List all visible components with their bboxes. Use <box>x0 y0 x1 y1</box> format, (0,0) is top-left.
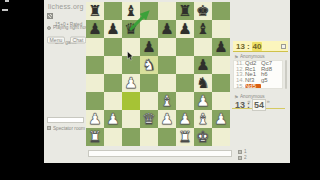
black-player-name[interactable]: Anonymous <box>240 54 265 59</box>
white-rook: ♜ <box>176 128 194 146</box>
square-h6[interactable]: ♟ <box>212 38 230 56</box>
square-e3[interactable]: ♝ <box>158 92 176 110</box>
white-pawn: ♟ <box>212 110 230 128</box>
square-d1[interactable] <box>140 128 158 146</box>
square-h3[interactable] <box>212 92 230 110</box>
flag-icon: ⚑ <box>234 55 238 60</box>
square-f3[interactable] <box>176 92 194 110</box>
flip-board-icon[interactable] <box>281 44 286 49</box>
menu-button[interactable]: Menu <box>47 37 65 44</box>
square-f2[interactable]: ♟ <box>176 110 194 128</box>
black-clock-seconds: 40 <box>252 42 263 51</box>
square-g7[interactable]: ♝ <box>194 20 212 38</box>
white-pawn: ♟ <box>104 110 122 128</box>
black-bishop: ♝ <box>194 20 212 38</box>
square-a7[interactable]: ♟ <box>86 20 104 38</box>
black-queen: ♛ <box>122 20 140 38</box>
square-c1[interactable] <box>122 128 140 146</box>
white-rook: ♜ <box>86 128 104 146</box>
fen-input[interactable] <box>88 150 232 157</box>
square-a3[interactable] <box>86 92 104 110</box>
square-b7[interactable]: ♟ <box>104 20 122 38</box>
sidebar: lichess.org 15+0 • Rated Blitz game Play… <box>44 0 86 163</box>
square-b3[interactable] <box>104 92 122 110</box>
white-bishop: ♝ <box>194 110 212 128</box>
black-pawn: ♟ <box>86 20 104 38</box>
square-h2[interactable]: ♟ <box>212 110 230 128</box>
square-d6[interactable]: ♟ <box>140 38 158 56</box>
square-g2[interactable]: ♝ <box>194 110 212 128</box>
white-pawn: ♟ <box>122 74 140 92</box>
clock-separator: : <box>247 42 250 51</box>
clock-separator: : <box>247 100 250 110</box>
square-e5[interactable] <box>158 56 176 74</box>
video-artifact <box>5 0 9 2</box>
chat-input[interactable] <box>47 117 84 123</box>
square-e2[interactable]: ♟ <box>158 110 176 128</box>
square-f4[interactable] <box>176 74 194 92</box>
white-knight: ♞ <box>140 56 158 74</box>
white-clock-minutes: 13 <box>235 100 245 110</box>
chat-room-icon <box>47 126 51 130</box>
square-g6[interactable] <box>194 38 212 56</box>
square-g4[interactable]: ♞ <box>194 74 212 92</box>
white-player-name[interactable]: Anonymous <box>240 94 265 99</box>
status-label: Playing right now <box>53 25 89 30</box>
move-list: 11.Qd2Qc712.Rc1Rd813.Ne1h614.Nf3g515.Nd5 <box>233 60 283 89</box>
square-c8[interactable]: ♝ <box>122 2 140 20</box>
square-b2[interactable]: ♟ <box>104 110 122 128</box>
square-g3[interactable]: ♟ <box>194 92 212 110</box>
game-panel: 13 : 40 ⚑ Anonymous 11.Qd2Qc712.Rc1Rd813… <box>232 0 290 163</box>
scrollbar[interactable] <box>285 60 287 89</box>
white-pawn: ♟ <box>176 110 194 128</box>
white-pawn: ♟ <box>194 92 212 110</box>
black-bishop: ♝ <box>122 2 140 20</box>
chat-button[interactable]: Chat <box>70 37 86 44</box>
white-bishop: ♝ <box>158 92 176 110</box>
white-clock-seconds: 54 <box>252 99 266 111</box>
black-pawn: ♟ <box>212 38 230 56</box>
black-king: ♚ <box>194 2 212 20</box>
square-a4[interactable] <box>86 74 104 92</box>
square-g5[interactable]: ♟ <box>194 56 212 74</box>
square-c6[interactable] <box>122 38 140 56</box>
black-pawn: ♟ <box>140 38 158 56</box>
square-f7[interactable]: ♟ <box>176 20 194 38</box>
square-e8[interactable] <box>158 2 176 20</box>
square-g8[interactable]: ♚ <box>194 2 212 20</box>
square-d7[interactable] <box>140 20 158 38</box>
white-clock: 13 : 54 <box>235 99 266 111</box>
black-rook: ♜ <box>176 2 194 20</box>
white-pawn: ♟ <box>158 110 176 128</box>
square-a5[interactable] <box>86 56 104 74</box>
square-c2[interactable] <box>122 110 140 128</box>
app-frame: lichess.org 15+0 • Rated Blitz game Play… <box>44 0 290 163</box>
square-b1[interactable] <box>104 128 122 146</box>
black-pawn: ♟ <box>176 20 194 38</box>
square-f6[interactable] <box>176 38 194 56</box>
black-pawn: ♟ <box>104 20 122 38</box>
square-b6[interactable] <box>104 38 122 56</box>
square-h7[interactable] <box>212 20 230 38</box>
square-a2[interactable]: ♟ <box>86 110 104 128</box>
black-clock: 13 : 40 <box>233 41 288 52</box>
square-b5[interactable] <box>104 56 122 74</box>
white-pawn: ♟ <box>86 110 104 128</box>
square-d3[interactable] <box>140 92 158 110</box>
site-logo[interactable]: lichess.org <box>48 3 84 10</box>
square-h8[interactable] <box>212 2 230 20</box>
black-pawn: ♟ <box>194 56 212 74</box>
square-f8[interactable]: ♜ <box>176 2 194 20</box>
square-e7[interactable]: ♟ <box>158 20 176 38</box>
square-d5[interactable]: ♞ <box>140 56 158 74</box>
black-pawn: ♟ <box>158 20 176 38</box>
square-c3[interactable] <box>122 92 140 110</box>
square-d8[interactable] <box>140 2 158 20</box>
black-clock-minutes: 13 <box>236 42 245 51</box>
square-g1[interactable]: ♚ <box>194 128 212 146</box>
square-e4[interactable] <box>158 74 176 92</box>
square-c4[interactable]: ♟ <box>122 74 140 92</box>
square-c5[interactable] <box>122 56 140 74</box>
square-e1[interactable] <box>158 128 176 146</box>
status-icon <box>47 26 51 30</box>
square-f5[interactable] <box>176 56 194 74</box>
square-a6[interactable] <box>86 38 104 56</box>
square-a8[interactable]: ♜ <box>86 2 104 20</box>
square-e6[interactable] <box>158 38 176 56</box>
square-h5[interactable] <box>212 56 230 74</box>
square-c7[interactable]: ♛ <box>122 20 140 38</box>
sidebar-buttons: Menu Chat <box>47 36 89 44</box>
square-h1[interactable] <box>212 128 230 146</box>
black-rook: ♜ <box>86 2 104 20</box>
square-b8[interactable] <box>104 2 122 20</box>
video-artifact <box>2 9 8 11</box>
square-f1[interactable]: ♜ <box>176 128 194 146</box>
black-knight: ♞ <box>194 74 212 92</box>
square-b4[interactable] <box>104 74 122 92</box>
chat-room-label: Spectator room <box>53 126 85 131</box>
square-d4[interactable] <box>140 74 158 92</box>
square-h4[interactable] <box>212 74 230 92</box>
white-king: ♚ <box>194 128 212 146</box>
square-a1[interactable]: ♜ <box>86 128 104 146</box>
white-queen: ♛ <box>140 110 158 128</box>
board-icon <box>47 13 53 19</box>
square-d2[interactable]: ♛ <box>140 110 158 128</box>
chess-board: ♜♝♜♚♟♟♛♟♟♝♟♟♞♟♟♞♝♟♟♟♛♟♟♝♟♜♜♚ <box>86 2 230 146</box>
